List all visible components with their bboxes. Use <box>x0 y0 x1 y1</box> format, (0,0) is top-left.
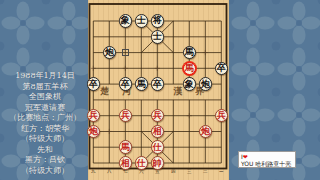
piece-black-馬[interactable]: 馬 <box>135 77 149 91</box>
piece-black-卒[interactable]: 卒 <box>119 77 133 91</box>
xiangqi-board[interactable]: 楚河 漢界 九八七六五四三二一 象士将士炮馬卒馬卒卒馬卒象炮兵兵兵兵炮相炮馬仕相… <box>88 0 229 180</box>
file-label: 三 <box>187 169 192 174</box>
screenshot-root: 1988年1月14日 第8届五羊杯 全国象棋 冠军邀请赛 （比赛地点：广州） 红… <box>0 0 320 180</box>
info-black-player: 黑方：吕钦 <box>4 155 86 166</box>
piece-red-仕[interactable]: 仕 <box>151 140 165 154</box>
heart-icon: ❤ <box>243 153 248 160</box>
info-venue: （比赛地点：广州） <box>4 113 86 124</box>
info-black-title: （特级大师） <box>4 166 86 177</box>
piece-black-象[interactable]: 象 <box>119 14 133 28</box>
piece-black-士[interactable]: 士 <box>135 14 149 28</box>
file-label: 八 <box>107 169 112 174</box>
piece-red-馬[interactable]: 馬 <box>183 62 197 76</box>
piece-black-卒[interactable]: 卒 <box>215 62 229 76</box>
last-move-origin-marker <box>122 49 129 56</box>
piece-black-卒[interactable]: 卒 <box>151 77 165 91</box>
game-info-panel: 1988年1月14日 第8届五羊杯 全国象棋 冠军邀请赛 （比赛地点：广州） 红… <box>4 71 86 176</box>
info-event2: 全国象棋 <box>4 92 86 103</box>
piece-red-帥[interactable]: 帥 <box>151 156 165 170</box>
info-red-title: （特级大师） <box>4 134 86 145</box>
watermark-badge: I❤ YOU 哈利路亚十亮 <box>238 151 296 168</box>
info-red-player: 红方：胡荣华 <box>4 124 86 135</box>
piece-black-将[interactable]: 将 <box>151 14 165 28</box>
piece-red-仕[interactable]: 仕 <box>135 156 149 170</box>
piece-red-馬[interactable]: 馬 <box>119 140 133 154</box>
info-event: 第8届五羊杯 <box>4 82 86 93</box>
piece-black-士[interactable]: 士 <box>151 30 165 44</box>
file-label: 四 <box>171 169 176 174</box>
info-event3: 冠军邀请赛 <box>4 103 86 114</box>
file-label: 九 <box>91 169 96 174</box>
piece-black-卒[interactable]: 卒 <box>87 77 101 91</box>
piece-red-相[interactable]: 相 <box>119 156 133 170</box>
file-label: 一 <box>219 169 224 174</box>
info-date: 1988年1月14日 <box>4 71 86 82</box>
piece-black-炮[interactable]: 炮 <box>199 77 213 91</box>
piece-black-象[interactable]: 象 <box>183 77 197 91</box>
file-label: 二 <box>203 169 208 174</box>
info-result: 先和 <box>4 145 86 156</box>
badge-text: YOU 哈利路亚十亮 <box>241 160 293 167</box>
